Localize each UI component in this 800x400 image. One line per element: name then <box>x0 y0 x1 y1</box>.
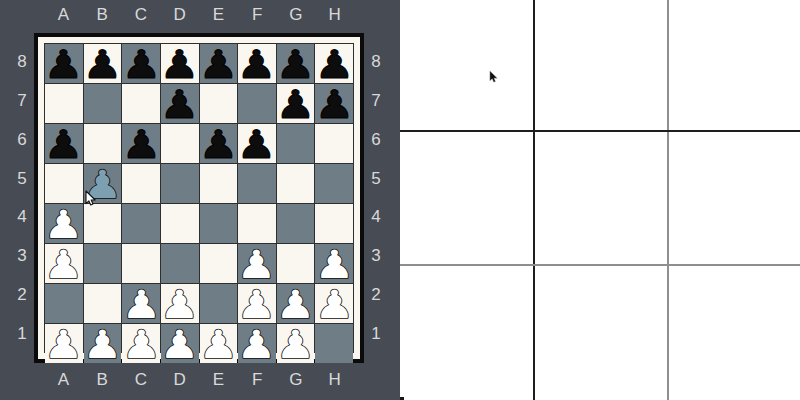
file-label-f: F <box>238 367 277 393</box>
file-label-a: A <box>44 2 83 28</box>
square-d7[interactable]: ♟ <box>161 84 199 123</box>
mouse-cursor-board-arrow-icon <box>85 190 96 206</box>
black-pawn-h8[interactable]: ♟ <box>314 45 354 84</box>
square-g8[interactable]: ♟ <box>277 44 315 83</box>
square-g4[interactable] <box>277 204 315 243</box>
square-c6[interactable]: ♟ <box>122 124 160 163</box>
square-a7[interactable] <box>45 84 83 123</box>
square-g6[interactable] <box>277 124 315 163</box>
white-pawn-g1[interactable]: ♟ <box>276 325 316 364</box>
rank-label-4: 4 <box>10 198 34 237</box>
rank-label-1: 1 <box>10 314 34 353</box>
square-f2[interactable]: ♟ <box>238 284 276 323</box>
square-a1[interactable]: ♟ <box>45 324 83 363</box>
white-pawn-f2[interactable]: ♟ <box>237 285 277 324</box>
square-h7[interactable]: ♟ <box>315 84 353 123</box>
square-a3[interactable]: ♟ <box>45 244 83 283</box>
file-label-c: C <box>122 2 161 28</box>
square-c3[interactable] <box>122 244 160 283</box>
square-h6[interactable] <box>315 124 353 163</box>
black-pawn-c6[interactable]: ♟ <box>121 125 161 164</box>
file-labels-bottom: ABCDEFGH <box>44 367 354 393</box>
square-h2[interactable]: ♟ <box>315 284 353 323</box>
black-pawn-e6[interactable]: ♟ <box>198 125 238 164</box>
square-d6[interactable] <box>161 124 199 163</box>
square-f6[interactable]: ♟ <box>238 124 276 163</box>
square-a4[interactable]: ♟ <box>45 204 83 243</box>
square-a5[interactable] <box>45 164 83 203</box>
square-e2[interactable] <box>200 284 238 323</box>
square-f7[interactable] <box>238 84 276 123</box>
rank-labels-right: 87654321 <box>364 43 388 353</box>
black-pawn-d8[interactable]: ♟ <box>160 45 200 84</box>
file-label-g: G <box>277 367 316 393</box>
grid-line-horizontal-3 <box>400 130 800 132</box>
grid-panel <box>400 0 800 400</box>
square-e5[interactable] <box>200 164 238 203</box>
square-d8[interactable]: ♟ <box>161 44 199 83</box>
square-e1[interactable]: ♟ <box>200 324 238 363</box>
square-e4[interactable] <box>200 204 238 243</box>
file-label-c: C <box>122 367 161 393</box>
white-pawn-f3[interactable]: ♟ <box>237 245 277 284</box>
black-pawn-h7[interactable]: ♟ <box>314 85 354 124</box>
rank-label-6: 6 <box>364 121 388 160</box>
white-pawn-a4[interactable]: ♟ <box>44 205 84 244</box>
file-label-g: G <box>277 2 316 28</box>
rank-label-3: 3 <box>10 237 34 276</box>
grid-line-vertical-2 <box>667 0 669 400</box>
file-label-e: E <box>199 2 238 28</box>
file-label-b: B <box>83 367 122 393</box>
square-g3[interactable] <box>277 244 315 283</box>
square-b2[interactable] <box>84 284 122 323</box>
square-d2[interactable]: ♟ <box>161 284 199 323</box>
white-pawn-h2[interactable]: ♟ <box>314 285 354 324</box>
rank-label-7: 7 <box>10 82 34 121</box>
white-pawn-c2[interactable]: ♟ <box>121 285 161 324</box>
mouse-cursor-panel-arrow-icon <box>489 70 498 83</box>
file-label-h: H <box>315 2 354 28</box>
square-c1[interactable]: ♟ <box>122 324 160 363</box>
square-h8[interactable]: ♟ <box>315 44 353 83</box>
square-b8[interactable]: ♟ <box>84 44 122 83</box>
file-label-f: F <box>238 2 277 28</box>
square-g5[interactable] <box>277 164 315 203</box>
black-pawn-f6[interactable]: ♟ <box>237 125 277 164</box>
square-d4[interactable] <box>161 204 199 243</box>
square-e7[interactable] <box>200 84 238 123</box>
square-d3[interactable] <box>161 244 199 283</box>
white-pawn-a1[interactable]: ♟ <box>44 325 84 364</box>
white-pawn-c1[interactable]: ♟ <box>121 325 161 364</box>
square-e8[interactable]: ♟ <box>200 44 238 83</box>
square-g2[interactable]: ♟ <box>277 284 315 323</box>
file-label-d: D <box>160 2 199 28</box>
rank-label-3: 3 <box>364 237 388 276</box>
rank-label-2: 2 <box>10 276 34 315</box>
white-pawn-d2[interactable]: ♟ <box>160 285 200 324</box>
white-pawn-e1[interactable]: ♟ <box>198 325 238 364</box>
rank-label-2: 2 <box>364 276 388 315</box>
black-pawn-b8[interactable]: ♟ <box>83 45 123 84</box>
rank-label-7: 7 <box>364 82 388 121</box>
square-d5[interactable] <box>161 164 199 203</box>
square-e6[interactable]: ♟ <box>200 124 238 163</box>
white-pawn-g2[interactable]: ♟ <box>276 285 316 324</box>
white-pawn-h3[interactable]: ♟ <box>314 245 354 284</box>
square-g1[interactable]: ♟ <box>277 324 315 363</box>
grid-line-horizontal-4 <box>400 264 800 266</box>
board-panel: ABCDEFGH 87654321 ♟♟♟♟♟♟♟♟♟♟♟♟♟♟♟♟♟♟♟♟♟♟… <box>0 0 400 400</box>
rank-label-6: 6 <box>10 121 34 160</box>
file-label-a: A <box>44 367 83 393</box>
square-f3[interactable]: ♟ <box>238 244 276 283</box>
black-pawn-e8[interactable]: ♟ <box>198 45 238 84</box>
square-b7[interactable] <box>84 84 122 123</box>
black-pawn-a8[interactable]: ♟ <box>44 45 84 84</box>
square-c2[interactable]: ♟ <box>122 284 160 323</box>
black-pawn-a6[interactable]: ♟ <box>44 125 84 164</box>
square-h3[interactable]: ♟ <box>315 244 353 283</box>
square-h1[interactable] <box>315 324 353 363</box>
square-c4[interactable] <box>122 204 160 243</box>
white-pawn-b1[interactable]: ♟ <box>83 325 123 364</box>
black-pawn-f8[interactable]: ♟ <box>237 45 277 84</box>
square-a8[interactable]: ♟ <box>45 44 83 83</box>
square-f4[interactable] <box>238 204 276 243</box>
file-label-e: E <box>199 367 238 393</box>
rank-labels-left: 87654321 <box>10 43 34 353</box>
white-pawn-f1[interactable]: ♟ <box>237 325 277 364</box>
black-pawn-d7[interactable]: ♟ <box>160 85 200 124</box>
square-e3[interactable] <box>200 244 238 283</box>
rank-label-1: 1 <box>364 314 388 353</box>
square-b1[interactable]: ♟ <box>84 324 122 363</box>
rank-label-5: 5 <box>10 159 34 198</box>
square-h5[interactable] <box>315 164 353 203</box>
black-pawn-g7[interactable]: ♟ <box>276 85 316 124</box>
rank-label-4: 4 <box>364 198 388 237</box>
square-b4[interactable] <box>84 204 122 243</box>
file-label-d: D <box>160 367 199 393</box>
file-label-h: H <box>315 367 354 393</box>
square-g7[interactable]: ♟ <box>277 84 315 123</box>
white-pawn-a3[interactable]: ♟ <box>44 245 84 284</box>
square-d1[interactable]: ♟ <box>161 324 199 363</box>
square-a6[interactable]: ♟ <box>45 124 83 163</box>
board-frame: ♟♟♟♟♟♟♟♟♟♟♟♟♟♟♟♟♟♟♟♟♟♟♟♟♟♟♟♟♟♟♟♟ <box>34 33 364 363</box>
square-c5[interactable] <box>122 164 160 203</box>
rank-label-8: 8 <box>10 43 34 82</box>
rank-label-5: 5 <box>364 159 388 198</box>
black-pawn-g8[interactable]: ♟ <box>276 45 316 84</box>
square-c8[interactable]: ♟ <box>122 44 160 83</box>
black-pawn-c8[interactable]: ♟ <box>121 45 161 84</box>
square-b6[interactable] <box>84 124 122 163</box>
grid-line-vertical-1 <box>533 0 535 400</box>
square-f1[interactable]: ♟ <box>238 324 276 363</box>
square-c7[interactable] <box>122 84 160 123</box>
square-f5[interactable] <box>238 164 276 203</box>
square-b3[interactable] <box>84 244 122 283</box>
rank-label-8: 8 <box>364 43 388 82</box>
screenshot-stage: ABCDEFGH 87654321 ♟♟♟♟♟♟♟♟♟♟♟♟♟♟♟♟♟♟♟♟♟♟… <box>0 0 800 400</box>
file-labels-top: ABCDEFGH <box>44 2 354 28</box>
square-a2[interactable] <box>45 284 83 323</box>
square-f8[interactable]: ♟ <box>238 44 276 83</box>
white-pawn-d1[interactable]: ♟ <box>160 325 200 364</box>
square-h4[interactable] <box>315 204 353 243</box>
file-label-b: B <box>83 2 122 28</box>
